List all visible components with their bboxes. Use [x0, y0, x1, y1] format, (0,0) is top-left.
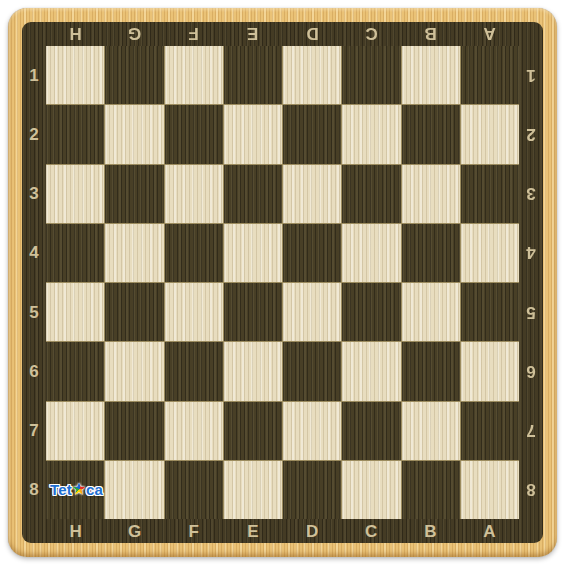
- rank-label-5: 5: [22, 283, 46, 342]
- square-e4: [224, 224, 282, 282]
- file-label-g: G: [105, 519, 164, 543]
- square-h6: [46, 342, 104, 400]
- file-label-h: H: [46, 519, 105, 543]
- rank-label-4: 4: [519, 223, 543, 282]
- rank-label-6: 6: [22, 342, 46, 401]
- square-a7: [461, 402, 519, 460]
- square-b7: [402, 402, 460, 460]
- rank-label-8: 8: [22, 460, 46, 519]
- square-c4: [342, 224, 400, 282]
- square-e1: [224, 46, 282, 104]
- square-g8: [105, 461, 163, 519]
- square-c8: [342, 461, 400, 519]
- square-h2: [46, 105, 104, 163]
- square-f6: [165, 342, 223, 400]
- file-label-f: F: [164, 22, 223, 46]
- square-g5: [105, 283, 163, 341]
- square-a8: [461, 461, 519, 519]
- square-f1: [165, 46, 223, 104]
- square-a4: [461, 224, 519, 282]
- square-d4: [283, 224, 341, 282]
- file-label-a: A: [460, 22, 519, 46]
- file-label-e: E: [223, 519, 282, 543]
- chess-board: HGFEDCBA HGFEDCBA 12345678 12345678 Tet …: [8, 8, 557, 557]
- square-f7: [165, 402, 223, 460]
- file-label-c: C: [342, 22, 401, 46]
- square-a5: [461, 283, 519, 341]
- file-label-c: C: [342, 519, 401, 543]
- square-d5: [283, 283, 341, 341]
- file-label-g: G: [105, 22, 164, 46]
- rank-label-3: 3: [519, 164, 543, 223]
- square-d1: [283, 46, 341, 104]
- file-label-a: A: [460, 519, 519, 543]
- rank-label-2: 2: [519, 105, 543, 164]
- square-a2: [461, 105, 519, 163]
- square-a1: [461, 46, 519, 104]
- logo-text-suffix: ca: [86, 481, 103, 498]
- square-e3: [224, 165, 282, 223]
- rank-label-1: 1: [519, 46, 543, 105]
- square-h1: [46, 46, 104, 104]
- square-b1: [402, 46, 460, 104]
- square-e8: [224, 461, 282, 519]
- square-c7: [342, 402, 400, 460]
- logo-text-prefix: Tet: [50, 481, 72, 498]
- square-g3: [105, 165, 163, 223]
- rank-label-1: 1: [22, 46, 46, 105]
- square-e2: [224, 105, 282, 163]
- board-grid: [46, 46, 519, 519]
- square-e6: [224, 342, 282, 400]
- file-labels-top: HGFEDCBA: [46, 22, 519, 46]
- square-e5: [224, 283, 282, 341]
- rank-label-6: 6: [519, 342, 543, 401]
- square-d2: [283, 105, 341, 163]
- square-g4: [105, 224, 163, 282]
- rank-label-4: 4: [22, 223, 46, 282]
- file-label-e: E: [223, 22, 282, 46]
- square-c3: [342, 165, 400, 223]
- square-f2: [165, 105, 223, 163]
- square-h7: [46, 402, 104, 460]
- square-c6: [342, 342, 400, 400]
- square-h5: [46, 283, 104, 341]
- rank-label-3: 3: [22, 164, 46, 223]
- square-h3: [46, 165, 104, 223]
- rank-label-7: 7: [519, 401, 543, 460]
- square-g7: [105, 402, 163, 460]
- square-a3: [461, 165, 519, 223]
- square-f8: [165, 461, 223, 519]
- square-a6: [461, 342, 519, 400]
- square-d7: [283, 402, 341, 460]
- square-c1: [342, 46, 400, 104]
- rank-label-5: 5: [519, 283, 543, 342]
- square-b5: [402, 283, 460, 341]
- square-b4: [402, 224, 460, 282]
- square-d6: [283, 342, 341, 400]
- square-d8: [283, 461, 341, 519]
- square-f4: [165, 224, 223, 282]
- square-b6: [402, 342, 460, 400]
- rank-label-2: 2: [22, 105, 46, 164]
- square-b3: [402, 165, 460, 223]
- square-h4: [46, 224, 104, 282]
- rank-label-8: 8: [519, 460, 543, 519]
- file-label-d: D: [283, 22, 342, 46]
- square-b2: [402, 105, 460, 163]
- square-d3: [283, 165, 341, 223]
- file-label-f: F: [164, 519, 223, 543]
- file-label-b: B: [401, 519, 460, 543]
- file-label-d: D: [283, 519, 342, 543]
- square-b8: [402, 461, 460, 519]
- square-c5: [342, 283, 400, 341]
- pinwheel-star-icon: [73, 483, 86, 496]
- file-labels-bottom: HGFEDCBA: [46, 519, 519, 543]
- square-g1: [105, 46, 163, 104]
- rank-labels-right: 12345678: [519, 46, 543, 519]
- square-f5: [165, 283, 223, 341]
- tetoca-logo: Tet ca: [50, 479, 103, 499]
- square-g6: [105, 342, 163, 400]
- rank-labels-left: 12345678: [22, 46, 46, 519]
- square-g2: [105, 105, 163, 163]
- rank-label-7: 7: [22, 401, 46, 460]
- file-label-h: H: [46, 22, 105, 46]
- square-c2: [342, 105, 400, 163]
- square-e7: [224, 402, 282, 460]
- file-label-b: B: [401, 22, 460, 46]
- square-f3: [165, 165, 223, 223]
